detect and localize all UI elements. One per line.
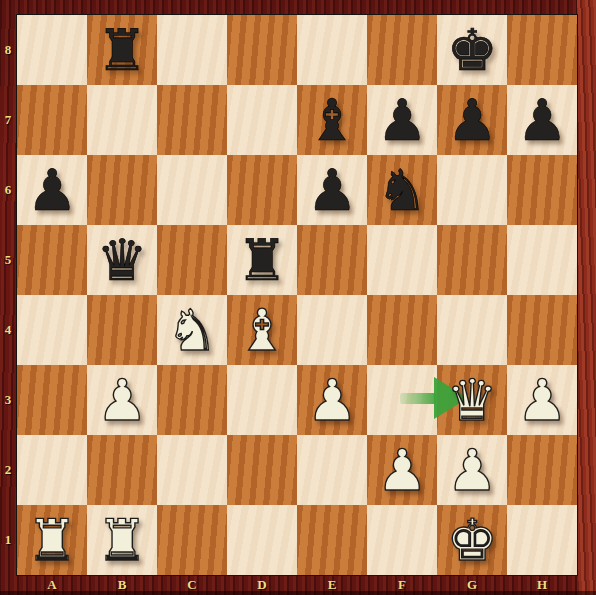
square-e2[interactable] [297,435,367,505]
piece-white-pawn[interactable]: ♟ [306,372,357,429]
square-c5[interactable] [157,225,227,295]
square-a2[interactable] [17,435,87,505]
square-c7[interactable] [157,85,227,155]
square-h4[interactable] [507,295,577,365]
last-move-arrow-shaft [400,393,436,404]
square-b7[interactable] [87,85,157,155]
piece-black-pawn[interactable]: ♟ [376,92,427,149]
rank-label-5: 5 [0,225,16,295]
square-g5[interactable] [437,225,507,295]
piece-black-knight[interactable]: ♞ [376,162,427,219]
square-a7[interactable] [17,85,87,155]
square-f1[interactable] [367,505,437,575]
piece-black-pawn[interactable]: ♟ [306,162,357,219]
square-b4[interactable] [87,295,157,365]
square-b3[interactable]: ♟ [87,365,157,435]
chess-board[interactable]: ♜♚♝♟♟♟♟♟♞♛♜♞♝♟♟♛♟♟♟♜♜♚ [17,15,577,575]
square-d6[interactable] [227,155,297,225]
square-e4[interactable] [297,295,367,365]
square-b8[interactable]: ♜ [87,15,157,85]
square-e1[interactable] [297,505,367,575]
piece-black-rook[interactable]: ♜ [96,22,147,79]
rank-label-4: 4 [0,295,16,365]
piece-white-rook[interactable]: ♜ [96,512,147,569]
square-h3[interactable]: ♟ [507,365,577,435]
piece-black-pawn[interactable]: ♟ [26,162,77,219]
square-a3[interactable] [17,365,87,435]
square-c1[interactable] [157,505,227,575]
chess-board-frame: ♜♚♝♟♟♟♟♟♞♛♜♞♝♟♟♛♟♟♟♜♜♚ 87654321ABCDEFGH [0,0,596,595]
square-e6[interactable]: ♟ [297,155,367,225]
piece-black-pawn[interactable]: ♟ [516,92,567,149]
square-d2[interactable] [227,435,297,505]
piece-white-knight[interactable]: ♞ [166,302,217,359]
square-c8[interactable] [157,15,227,85]
piece-black-king[interactable]: ♚ [446,22,497,79]
square-e8[interactable] [297,15,367,85]
square-c2[interactable] [157,435,227,505]
frame-right-edge [577,0,596,595]
square-h5[interactable] [507,225,577,295]
square-d3[interactable] [227,365,297,435]
rank-label-3: 3 [0,365,16,435]
square-g3[interactable]: ♛ [437,365,507,435]
rank-label-2: 2 [0,435,16,505]
square-f5[interactable] [367,225,437,295]
square-d7[interactable] [227,85,297,155]
square-h1[interactable] [507,505,577,575]
square-g6[interactable] [437,155,507,225]
square-e7[interactable]: ♝ [297,85,367,155]
square-e3[interactable]: ♟ [297,365,367,435]
square-b1[interactable]: ♜ [87,505,157,575]
piece-black-bishop[interactable]: ♝ [306,92,357,149]
square-d4[interactable]: ♝ [227,295,297,365]
square-a8[interactable] [17,15,87,85]
piece-white-pawn[interactable]: ♟ [96,372,147,429]
square-d5[interactable]: ♜ [227,225,297,295]
piece-white-pawn[interactable]: ♟ [516,372,567,429]
square-h2[interactable] [507,435,577,505]
square-g2[interactable]: ♟ [437,435,507,505]
piece-black-queen[interactable]: ♛ [96,232,147,289]
square-a1[interactable]: ♜ [17,505,87,575]
piece-white-pawn[interactable]: ♟ [446,442,497,499]
square-f7[interactable]: ♟ [367,85,437,155]
square-b2[interactable] [87,435,157,505]
square-d1[interactable] [227,505,297,575]
rank-label-6: 6 [0,155,16,225]
frame-bottom-shadow [0,591,596,595]
piece-white-bishop[interactable]: ♝ [236,302,287,359]
square-f4[interactable] [367,295,437,365]
square-h7[interactable]: ♟ [507,85,577,155]
square-g8[interactable]: ♚ [437,15,507,85]
square-f2[interactable]: ♟ [367,435,437,505]
rank-label-1: 1 [0,505,16,575]
piece-white-king[interactable]: ♚ [446,512,497,569]
square-a5[interactable] [17,225,87,295]
square-g1[interactable]: ♚ [437,505,507,575]
square-c4[interactable]: ♞ [157,295,227,365]
square-c6[interactable] [157,155,227,225]
square-b6[interactable] [87,155,157,225]
piece-white-rook[interactable]: ♜ [26,512,77,569]
square-f6[interactable]: ♞ [367,155,437,225]
square-g7[interactable]: ♟ [437,85,507,155]
square-h8[interactable] [507,15,577,85]
rank-label-7: 7 [0,85,16,155]
square-e5[interactable] [297,225,367,295]
square-c3[interactable] [157,365,227,435]
piece-black-rook[interactable]: ♜ [236,232,287,289]
square-b5[interactable]: ♛ [87,225,157,295]
square-a4[interactable] [17,295,87,365]
square-h6[interactable] [507,155,577,225]
square-d8[interactable] [227,15,297,85]
piece-white-queen[interactable]: ♛ [446,372,497,429]
square-f8[interactable] [367,15,437,85]
rank-label-8: 8 [0,15,16,85]
piece-white-pawn[interactable]: ♟ [376,442,427,499]
piece-black-pawn[interactable]: ♟ [446,92,497,149]
square-g4[interactable] [437,295,507,365]
square-a6[interactable]: ♟ [17,155,87,225]
